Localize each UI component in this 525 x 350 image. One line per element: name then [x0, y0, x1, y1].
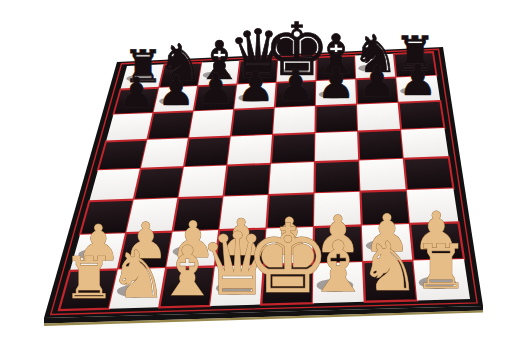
- piece-white-rook-h1[interactable]: ♜: [414, 231, 469, 302]
- piece-black-pawn-c7[interactable]: ♟: [197, 64, 234, 113]
- chessboard: ♜♞♝♛♚♝♞♜♟♟♟♟♟♟♟♟♟♟♟♟♟♟♟♟♜♞♝♛♚♝♞♜: [0, 0, 525, 350]
- square-c4[interactable]: [178, 165, 227, 198]
- square-b5[interactable]: [141, 138, 189, 169]
- square-d6[interactable]: [231, 108, 275, 137]
- square-h6[interactable]: [399, 101, 445, 130]
- square-d5[interactable]: [227, 135, 273, 166]
- piece-black-pawn-d7[interactable]: ♟: [237, 62, 275, 111]
- piece-black-pawn-g7[interactable]: ♟: [358, 56, 396, 106]
- square-a5[interactable]: [98, 140, 147, 171]
- square-c5[interactable]: [184, 137, 231, 168]
- piece-white-knight-g1[interactable]: ♞: [359, 227, 420, 306]
- chessboard-photo: ♜♞♝♛♚♝♞♜♟♟♟♟♟♟♟♟♟♟♟♟♟♟♟♟♜♞♝♛♚♝♞♜: [0, 0, 525, 350]
- square-h4[interactable]: [404, 157, 454, 190]
- square-e5[interactable]: [271, 133, 315, 164]
- square-g6[interactable]: [357, 103, 401, 132]
- piece-black-pawn-a7[interactable]: ♟: [118, 69, 155, 117]
- square-d4[interactable]: [224, 164, 272, 197]
- square-a4[interactable]: [89, 169, 141, 202]
- square-e6[interactable]: [273, 106, 316, 135]
- square-c6[interactable]: [189, 110, 234, 139]
- piece-black-pawn-b7[interactable]: ♟: [157, 66, 194, 115]
- piece-white-rook-a1[interactable]: ♜: [63, 244, 115, 312]
- piece-black-pawn-h7[interactable]: ♟: [398, 55, 437, 105]
- square-f5[interactable]: [315, 131, 359, 162]
- square-f6[interactable]: [315, 104, 358, 133]
- square-e4[interactable]: [269, 162, 315, 195]
- piece-black-pawn-f7[interactable]: ♟: [317, 58, 355, 108]
- square-a6[interactable]: [106, 113, 153, 142]
- square-h5[interactable]: [401, 128, 449, 159]
- square-g5[interactable]: [358, 130, 404, 161]
- piece-black-pawn-e7[interactable]: ♟: [277, 61, 315, 110]
- square-g4[interactable]: [359, 159, 407, 192]
- square-f4[interactable]: [315, 161, 361, 194]
- square-b4[interactable]: [134, 167, 184, 200]
